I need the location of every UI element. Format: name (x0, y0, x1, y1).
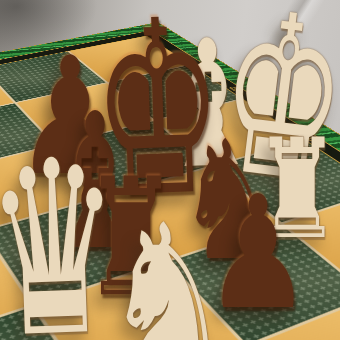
chess-photo: 43 ♝♟♝♚♚♜♞♜♟♛♞ (0, 0, 340, 340)
pieces-layer: ♝♟♝♚♚♜♞♜♟♛♞ (0, 0, 340, 340)
piece-light-knight: ♞ (103, 199, 233, 340)
